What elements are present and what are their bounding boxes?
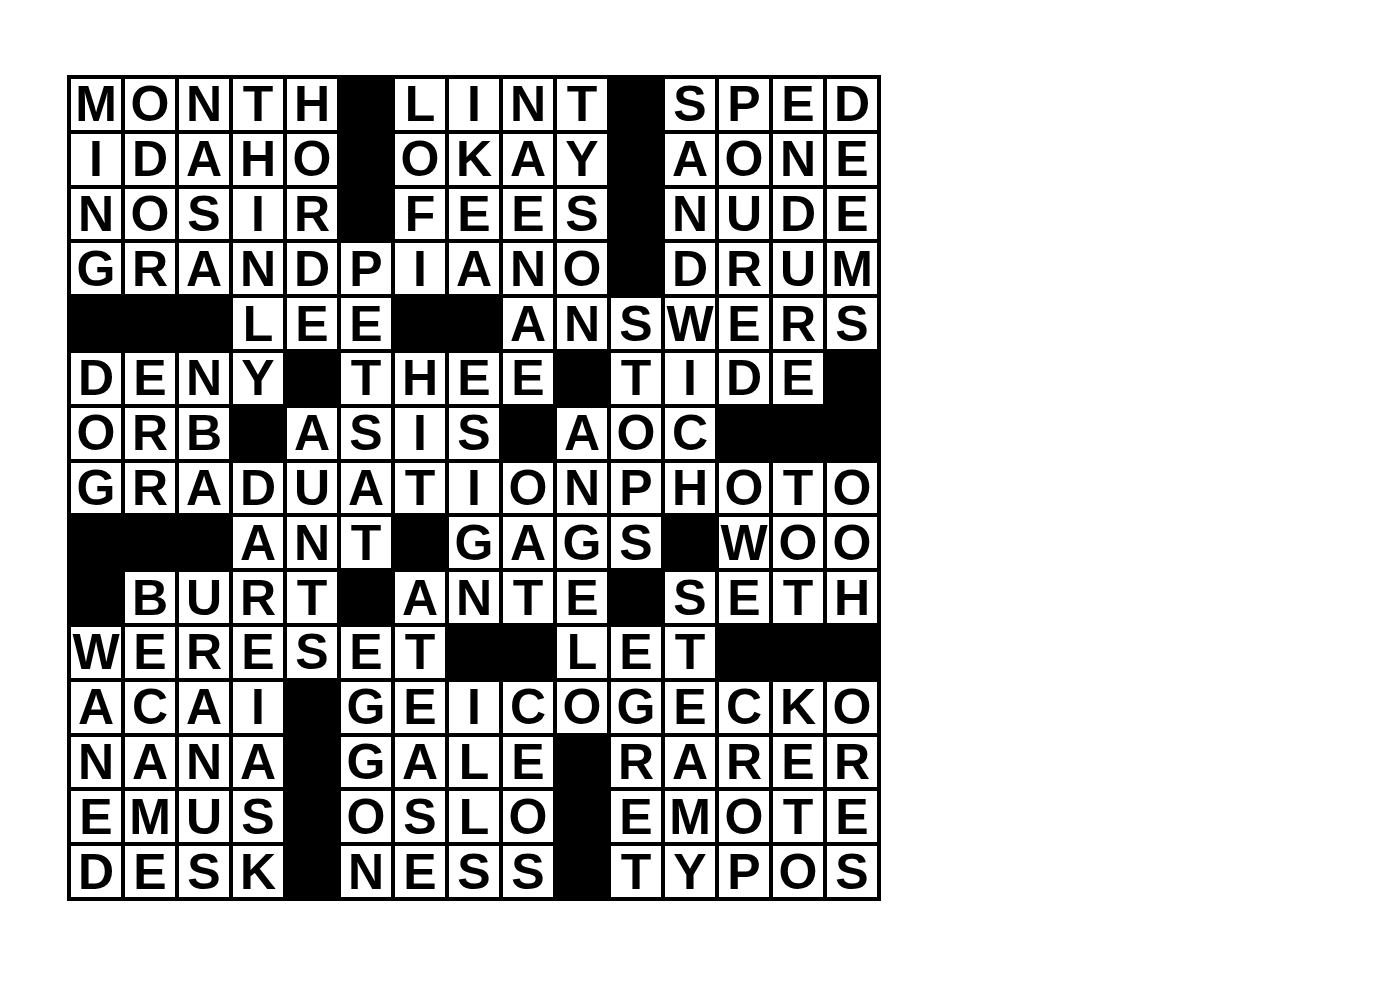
grid-cell[interactable]: D bbox=[233, 463, 283, 514]
grid-cell[interactable]: A bbox=[233, 737, 283, 788]
grid-cell[interactable]: I bbox=[233, 189, 283, 240]
grid-cell[interactable]: O bbox=[503, 463, 553, 514]
cell-letter: A bbox=[672, 737, 708, 787]
black-cell bbox=[125, 517, 175, 568]
grid-cell[interactable]: D bbox=[827, 79, 877, 130]
cell-letter: N bbox=[186, 79, 222, 129]
cell-letter: N bbox=[240, 244, 276, 294]
grid-cell[interactable]: S bbox=[449, 408, 499, 459]
grid-cell[interactable]: T bbox=[341, 353, 391, 404]
grid-cell[interactable]: E bbox=[125, 353, 175, 404]
cell-letter: E bbox=[133, 847, 166, 897]
grid-cell[interactable]: A bbox=[287, 408, 337, 459]
cell-letter: U bbox=[780, 244, 816, 294]
grid-cell[interactable]: E bbox=[611, 791, 661, 842]
cell-letter: T bbox=[783, 463, 814, 513]
grid-cell[interactable]: M bbox=[125, 791, 175, 842]
cell-letter: G bbox=[347, 682, 386, 732]
grid-cell[interactable]: O bbox=[773, 517, 823, 568]
grid-cell[interactable]: Y bbox=[665, 846, 715, 897]
grid-cell[interactable]: I bbox=[395, 408, 445, 459]
grid-cell[interactable]: S bbox=[557, 189, 607, 240]
grid-cell[interactable]: A bbox=[341, 463, 391, 514]
grid-cell[interactable]: E bbox=[125, 846, 175, 897]
cell-letter: T bbox=[783, 792, 814, 842]
cell-letter: O bbox=[77, 408, 116, 458]
black-cell bbox=[611, 189, 661, 240]
cell-letter: N bbox=[186, 737, 222, 787]
grid-cell[interactable]: E bbox=[611, 627, 661, 678]
cell-letter: R bbox=[726, 244, 762, 294]
grid-cell[interactable]: S bbox=[827, 846, 877, 897]
cell-letter: R bbox=[780, 299, 816, 349]
grid-cell[interactable]: O bbox=[827, 682, 877, 733]
cell-letter: L bbox=[567, 627, 598, 677]
grid-cell[interactable]: A bbox=[125, 737, 175, 788]
grid-cell[interactable]: O bbox=[719, 791, 769, 842]
grid-cell[interactable]: D bbox=[719, 353, 769, 404]
grid-cell[interactable]: T bbox=[557, 79, 607, 130]
cell-letter: D bbox=[780, 189, 816, 239]
cell-letter: O bbox=[833, 518, 872, 568]
cell-letter: S bbox=[241, 792, 274, 842]
cell-letter: E bbox=[511, 737, 544, 787]
grid-cell[interactable]: D bbox=[665, 243, 715, 294]
black-cell bbox=[665, 517, 715, 568]
cell-letter: O bbox=[401, 134, 440, 184]
cell-letter: E bbox=[457, 189, 490, 239]
cell-letter: N bbox=[780, 134, 816, 184]
grid-cell[interactable]: O bbox=[125, 79, 175, 130]
cell-letter: W bbox=[72, 627, 119, 677]
cell-letter: T bbox=[675, 627, 706, 677]
black-cell bbox=[125, 298, 175, 349]
grid-cell[interactable]: E bbox=[503, 189, 553, 240]
cell-letter: E bbox=[619, 792, 652, 842]
grid-cell[interactable]: E bbox=[395, 682, 445, 733]
grid-cell[interactable]: S bbox=[179, 189, 229, 240]
grid-cell[interactable]: P bbox=[719, 79, 769, 130]
grid-cell[interactable]: E bbox=[773, 737, 823, 788]
grid-cell[interactable]: F bbox=[395, 189, 445, 240]
grid-cell[interactable]: Y bbox=[557, 134, 607, 185]
grid-cell[interactable]: C bbox=[125, 682, 175, 733]
grid-cell[interactable]: N bbox=[71, 737, 121, 788]
grid-cell[interactable]: U bbox=[719, 189, 769, 240]
cell-letter: T bbox=[351, 353, 382, 403]
grid-cell[interactable]: E bbox=[341, 627, 391, 678]
grid-cell[interactable]: P bbox=[719, 846, 769, 897]
cell-letter: L bbox=[243, 299, 274, 349]
grid-cell[interactable]: C bbox=[665, 408, 715, 459]
grid-cell[interactable]: A bbox=[503, 134, 553, 185]
grid-cell[interactable]: T bbox=[395, 627, 445, 678]
cell-letter: A bbox=[186, 134, 222, 184]
cell-letter: Y bbox=[241, 353, 274, 403]
black-cell bbox=[611, 572, 661, 623]
cell-letter: T bbox=[351, 518, 382, 568]
grid-cell[interactable]: E bbox=[773, 353, 823, 404]
grid-cell[interactable]: I bbox=[233, 682, 283, 733]
cell-letter: T bbox=[621, 353, 652, 403]
grid-cell[interactable]: O bbox=[557, 243, 607, 294]
grid-cell[interactable]: I bbox=[449, 682, 499, 733]
grid-cell[interactable]: S bbox=[179, 846, 229, 897]
grid-cell[interactable]: A bbox=[233, 517, 283, 568]
cell-letter: O bbox=[509, 792, 548, 842]
grid-cell[interactable]: U bbox=[179, 791, 229, 842]
black-cell bbox=[341, 134, 391, 185]
black-cell bbox=[557, 846, 607, 897]
grid-cell[interactable]: D bbox=[773, 189, 823, 240]
cell-letter: R bbox=[240, 573, 276, 623]
grid-cell[interactable]: T bbox=[773, 572, 823, 623]
grid-cell[interactable]: B bbox=[125, 572, 175, 623]
grid-cell[interactable]: O bbox=[827, 463, 877, 514]
grid-cell[interactable]: C bbox=[719, 682, 769, 733]
cell-letter: A bbox=[456, 244, 492, 294]
cell-letter: A bbox=[402, 573, 438, 623]
black-cell bbox=[341, 572, 391, 623]
grid-cell[interactable]: K bbox=[233, 846, 283, 897]
grid-cell[interactable]: R bbox=[827, 737, 877, 788]
grid-cell[interactable]: I bbox=[449, 79, 499, 130]
grid-cell[interactable]: A bbox=[503, 298, 553, 349]
grid-cell[interactable]: S bbox=[665, 79, 715, 130]
grid-cell[interactable]: D bbox=[287, 243, 337, 294]
grid-cell[interactable]: E bbox=[233, 627, 283, 678]
grid-cell[interactable]: R bbox=[719, 243, 769, 294]
cell-letter: E bbox=[349, 627, 382, 677]
grid-cell[interactable]: E bbox=[827, 134, 877, 185]
grid-cell[interactable]: E bbox=[719, 298, 769, 349]
grid-cell[interactable]: G bbox=[449, 517, 499, 568]
grid-cell[interactable]: A bbox=[179, 682, 229, 733]
black-cell bbox=[827, 408, 877, 459]
grid-cell[interactable]: T bbox=[287, 572, 337, 623]
grid-cell[interactable]: I bbox=[665, 353, 715, 404]
cell-letter: N bbox=[510, 244, 546, 294]
grid-cell[interactable]: L bbox=[449, 737, 499, 788]
grid-cell[interactable]: D bbox=[71, 846, 121, 897]
grid-cell[interactable]: A bbox=[449, 243, 499, 294]
grid-cell[interactable]: T bbox=[395, 463, 445, 514]
grid-cell[interactable]: R bbox=[179, 627, 229, 678]
cell-letter: P bbox=[619, 463, 652, 513]
grid-cell[interactable]: R bbox=[125, 463, 175, 514]
grid-cell[interactable]: Y bbox=[233, 353, 283, 404]
grid-cell[interactable]: A bbox=[179, 243, 229, 294]
grid-cell[interactable]: T bbox=[773, 791, 823, 842]
cell-letter: E bbox=[781, 79, 814, 129]
grid-cell[interactable]: U bbox=[179, 572, 229, 623]
grid-cell[interactable]: R bbox=[125, 408, 175, 459]
black-cell bbox=[449, 298, 499, 349]
cell-letter: D bbox=[78, 847, 114, 897]
grid-cell[interactable]: W bbox=[71, 627, 121, 678]
cell-letter: A bbox=[402, 737, 438, 787]
cell-letter: F bbox=[405, 189, 436, 239]
cell-letter: I bbox=[467, 682, 481, 732]
grid-cell[interactable]: A bbox=[503, 517, 553, 568]
grid-cell[interactable]: O bbox=[503, 791, 553, 842]
cell-letter: C bbox=[510, 682, 546, 732]
grid-cell[interactable]: C bbox=[503, 682, 553, 733]
grid-cell[interactable]: E bbox=[665, 682, 715, 733]
grid-cell[interactable]: L bbox=[557, 627, 607, 678]
grid-cell[interactable]: W bbox=[719, 517, 769, 568]
grid-cell[interactable]: T bbox=[773, 463, 823, 514]
grid-cell[interactable]: S bbox=[449, 846, 499, 897]
cell-letter: R bbox=[186, 627, 222, 677]
cell-letter: N bbox=[564, 299, 600, 349]
grid-cell[interactable]: R bbox=[773, 298, 823, 349]
grid-cell[interactable]: S bbox=[611, 298, 661, 349]
grid-cell[interactable]: S bbox=[287, 627, 337, 678]
cell-letter: A bbox=[186, 463, 222, 513]
grid-cell[interactable]: S bbox=[503, 846, 553, 897]
grid-cell[interactable]: H bbox=[287, 79, 337, 130]
cell-letter: G bbox=[77, 463, 116, 513]
grid-cell[interactable]: E bbox=[341, 298, 391, 349]
grid-cell[interactable]: E bbox=[125, 627, 175, 678]
grid-cell[interactable]: G bbox=[557, 517, 607, 568]
cell-letter: R bbox=[834, 737, 870, 787]
black-cell bbox=[449, 627, 499, 678]
grid-cell[interactable]: T bbox=[233, 79, 283, 130]
cell-letter: P bbox=[727, 79, 760, 129]
grid-cell[interactable]: G bbox=[341, 737, 391, 788]
cell-letter: E bbox=[79, 792, 112, 842]
cell-letter: T bbox=[243, 79, 274, 129]
grid-cell[interactable]: S bbox=[395, 791, 445, 842]
cell-letter: I bbox=[683, 353, 697, 403]
grid-cell[interactable]: T bbox=[665, 627, 715, 678]
grid-cell[interactable]: N bbox=[341, 846, 391, 897]
grid-cell[interactable]: O bbox=[71, 408, 121, 459]
grid-cell[interactable]: L bbox=[233, 298, 283, 349]
cell-letter: L bbox=[459, 737, 490, 787]
black-cell bbox=[719, 408, 769, 459]
grid-cell[interactable]: D bbox=[125, 134, 175, 185]
grid-cell[interactable]: T bbox=[503, 572, 553, 623]
grid-cell[interactable]: N bbox=[557, 463, 607, 514]
grid-cell[interactable]: R bbox=[611, 737, 661, 788]
grid-cell[interactable]: N bbox=[287, 517, 337, 568]
grid-cell[interactable]: D bbox=[71, 353, 121, 404]
grid-cell[interactable]: I bbox=[449, 463, 499, 514]
cell-letter: E bbox=[781, 353, 814, 403]
cell-letter: O bbox=[131, 79, 170, 129]
grid-cell[interactable]: O bbox=[773, 846, 823, 897]
cell-letter: E bbox=[727, 573, 760, 623]
cell-letter: N bbox=[78, 189, 114, 239]
cell-letter: O bbox=[509, 463, 548, 513]
grid-cell[interactable]: R bbox=[125, 243, 175, 294]
grid-cell[interactable]: O bbox=[827, 517, 877, 568]
cell-letter: T bbox=[405, 627, 436, 677]
cell-letter: G bbox=[455, 518, 494, 568]
cell-letter: A bbox=[78, 682, 114, 732]
grid-cell[interactable]: E bbox=[719, 572, 769, 623]
cell-letter: O bbox=[347, 792, 386, 842]
grid-cell[interactable]: E bbox=[449, 353, 499, 404]
cell-letter: Y bbox=[673, 847, 706, 897]
grid-cell[interactable]: O bbox=[719, 134, 769, 185]
grid-cell[interactable]: L bbox=[449, 791, 499, 842]
cell-letter: E bbox=[403, 847, 436, 897]
black-cell bbox=[287, 737, 337, 788]
grid-cell[interactable]: G bbox=[611, 682, 661, 733]
grid-cell[interactable]: S bbox=[827, 298, 877, 349]
grid-cell[interactable]: E bbox=[827, 791, 877, 842]
grid-cell[interactable]: E bbox=[395, 846, 445, 897]
grid-cell[interactable]: E bbox=[503, 353, 553, 404]
grid-cell[interactable]: B bbox=[179, 408, 229, 459]
grid-cell[interactable]: R bbox=[287, 189, 337, 240]
grid-cell[interactable]: N bbox=[71, 189, 121, 240]
cell-letter: O bbox=[833, 463, 872, 513]
grid-cell[interactable]: E bbox=[773, 79, 823, 130]
grid-cell[interactable]: O bbox=[287, 134, 337, 185]
grid-cell[interactable]: O bbox=[557, 682, 607, 733]
grid-cell[interactable]: W bbox=[665, 298, 715, 349]
grid-cell[interactable]: H bbox=[395, 353, 445, 404]
cell-letter: R bbox=[726, 737, 762, 787]
cell-letter: A bbox=[510, 134, 546, 184]
cell-letter: K bbox=[240, 847, 276, 897]
grid-cell[interactable]: G bbox=[341, 682, 391, 733]
grid-cell[interactable]: A bbox=[395, 737, 445, 788]
grid-cell[interactable]: A bbox=[179, 463, 229, 514]
cell-letter: N bbox=[294, 518, 330, 568]
grid-cell[interactable]: E bbox=[827, 189, 877, 240]
cell-letter: G bbox=[347, 737, 386, 787]
grid-cell[interactable]: N bbox=[449, 572, 499, 623]
grid-cell[interactable]: P bbox=[611, 463, 661, 514]
grid-cell[interactable]: U bbox=[773, 243, 823, 294]
cell-letter: O bbox=[779, 518, 818, 568]
grid-cell[interactable]: K bbox=[773, 682, 823, 733]
black-cell bbox=[395, 517, 445, 568]
grid-cell[interactable]: L bbox=[395, 79, 445, 130]
grid-cell[interactable]: O bbox=[611, 408, 661, 459]
black-cell bbox=[557, 791, 607, 842]
grid-cell[interactable]: O bbox=[395, 134, 445, 185]
grid-cell[interactable]: H bbox=[665, 463, 715, 514]
grid-cell[interactable]: O bbox=[719, 463, 769, 514]
grid-cell[interactable]: A bbox=[179, 134, 229, 185]
grid-cell[interactable]: N bbox=[557, 298, 607, 349]
cell-letter: S bbox=[565, 189, 598, 239]
cell-letter: L bbox=[405, 79, 436, 129]
grid-cell[interactable]: G bbox=[71, 243, 121, 294]
grid-cell[interactable]: N bbox=[503, 243, 553, 294]
grid-cell[interactable]: T bbox=[611, 846, 661, 897]
black-cell bbox=[611, 134, 661, 185]
black-cell bbox=[341, 189, 391, 240]
grid-cell[interactable]: N bbox=[179, 737, 229, 788]
grid-cell[interactable]: E bbox=[71, 791, 121, 842]
grid-cell[interactable]: A bbox=[665, 134, 715, 185]
grid-cell[interactable]: E bbox=[287, 298, 337, 349]
grid-cell[interactable]: O bbox=[341, 791, 391, 842]
grid-cell[interactable]: A bbox=[395, 572, 445, 623]
grid-cell[interactable]: G bbox=[71, 463, 121, 514]
grid-cell[interactable]: I bbox=[395, 243, 445, 294]
cell-letter: D bbox=[726, 353, 762, 403]
cell-letter: S bbox=[295, 627, 328, 677]
cell-letter: A bbox=[510, 518, 546, 568]
grid-cell[interactable]: U bbox=[287, 463, 337, 514]
grid-cell[interactable]: S bbox=[341, 408, 391, 459]
grid-cell[interactable]: T bbox=[611, 353, 661, 404]
cell-letter: R bbox=[132, 408, 168, 458]
cell-letter: D bbox=[834, 79, 870, 129]
cell-letter: A bbox=[186, 682, 222, 732]
grid-cell[interactable]: E bbox=[449, 189, 499, 240]
grid-cell[interactable]: N bbox=[179, 353, 229, 404]
cell-letter: E bbox=[133, 353, 166, 403]
cell-letter: I bbox=[413, 244, 427, 294]
cell-letter: H bbox=[402, 353, 438, 403]
grid-cell[interactable]: A bbox=[71, 682, 121, 733]
black-cell bbox=[773, 627, 823, 678]
grid-cell[interactable]: T bbox=[341, 517, 391, 568]
grid-cell[interactable]: S bbox=[665, 572, 715, 623]
black-cell bbox=[71, 298, 121, 349]
grid-cell[interactable]: R bbox=[233, 572, 283, 623]
cell-letter: E bbox=[835, 134, 868, 184]
cell-letter: E bbox=[835, 792, 868, 842]
grid-cell[interactable]: K bbox=[449, 134, 499, 185]
grid-cell[interactable]: M bbox=[71, 79, 121, 130]
grid-cell[interactable]: P bbox=[341, 243, 391, 294]
grid-cell[interactable]: A bbox=[557, 408, 607, 459]
cell-letter: A bbox=[186, 244, 222, 294]
cell-letter: O bbox=[563, 244, 602, 294]
cell-letter: I bbox=[251, 189, 265, 239]
grid-cell[interactable]: S bbox=[233, 791, 283, 842]
cell-letter: H bbox=[240, 134, 276, 184]
grid-cell[interactable]: E bbox=[557, 572, 607, 623]
grid-cell[interactable]: H bbox=[827, 572, 877, 623]
grid-cell[interactable]: N bbox=[503, 79, 553, 130]
cell-letter: A bbox=[564, 408, 600, 458]
cell-letter: S bbox=[511, 847, 544, 897]
cell-letter: R bbox=[618, 737, 654, 787]
cell-letter: M bbox=[129, 792, 171, 842]
grid-cell[interactable]: O bbox=[125, 189, 175, 240]
grid-cell[interactable]: S bbox=[611, 517, 661, 568]
grid-cell[interactable]: N bbox=[665, 189, 715, 240]
grid-cell[interactable]: M bbox=[665, 791, 715, 842]
grid-cell[interactable]: I bbox=[71, 134, 121, 185]
grid-cell[interactable]: M bbox=[827, 243, 877, 294]
grid-cell[interactable]: N bbox=[233, 243, 283, 294]
cell-letter: D bbox=[294, 244, 330, 294]
cell-letter: O bbox=[725, 134, 764, 184]
cell-letter: S bbox=[835, 847, 868, 897]
grid-cell[interactable]: E bbox=[503, 737, 553, 788]
grid-cell[interactable]: R bbox=[719, 737, 769, 788]
grid-cell[interactable]: H bbox=[233, 134, 283, 185]
grid-cell[interactable]: N bbox=[773, 134, 823, 185]
grid-cell[interactable]: A bbox=[665, 737, 715, 788]
grid-cell[interactable]: N bbox=[179, 79, 229, 130]
cell-letter: U bbox=[294, 463, 330, 513]
cell-letter: A bbox=[240, 737, 276, 787]
